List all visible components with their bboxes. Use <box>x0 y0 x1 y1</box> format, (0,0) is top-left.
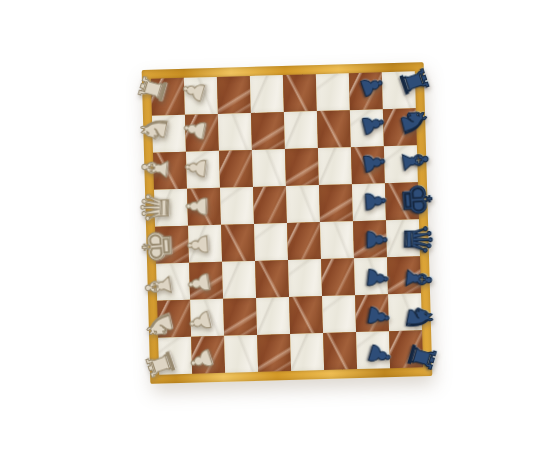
square-b4 <box>251 112 285 150</box>
square-g6 <box>322 295 356 333</box>
square-g4 <box>256 297 290 335</box>
square-a5 <box>283 74 317 112</box>
white-pawn-piece: ♟ <box>190 299 224 337</box>
square-c3 <box>219 150 253 188</box>
white-pawn-piece: ♟ <box>187 188 221 226</box>
square-h6 <box>323 332 357 370</box>
square-d5 <box>286 185 320 223</box>
square-c5 <box>285 148 319 186</box>
photo-canvas: ♜♟♟♜♞♟♟♞♝♟♟♝♛♟♟♚♚♟♟♛♝♟♟♝♞♟♟♞♜♟♟♜ <box>0 0 550 450</box>
blue-pawn-piece: ♟ <box>349 72 383 110</box>
square-g7: ♟ <box>355 294 389 332</box>
white-pawn-piece: ♟ <box>188 225 222 263</box>
square-a7: ♟ <box>349 72 383 110</box>
square-e2: ♟ <box>188 225 222 263</box>
square-d8: ♚ <box>385 182 419 220</box>
square-b7: ♟ <box>350 109 384 147</box>
square-a8: ♜ <box>382 71 416 109</box>
square-h3 <box>224 335 258 373</box>
white-king-piece: ♚ <box>155 226 189 264</box>
square-g3 <box>223 298 257 336</box>
blue-rook-piece: ♜ <box>382 71 416 109</box>
square-a3 <box>217 76 251 114</box>
square-e4 <box>254 223 288 261</box>
blue-knight-piece: ♞ <box>383 108 417 146</box>
square-g1: ♞ <box>157 300 191 338</box>
square-d3 <box>220 187 254 225</box>
blue-bishop-piece: ♝ <box>387 256 421 294</box>
white-rook-piece: ♜ <box>158 337 192 375</box>
square-b3 <box>218 113 252 151</box>
white-bishop-piece: ♝ <box>156 263 190 301</box>
square-c6 <box>318 147 352 185</box>
blue-knight-piece: ♞ <box>388 293 422 331</box>
chess-board-frame: ♜♟♟♜♞♟♟♞♝♟♟♝♛♟♟♚♚♟♟♛♝♟♟♝♞♟♟♞♜♟♟♜ <box>142 62 433 384</box>
square-f8: ♝ <box>387 256 421 294</box>
square-f4 <box>255 260 289 298</box>
square-c1: ♝ <box>153 152 187 190</box>
blue-queen-piece: ♛ <box>386 219 420 257</box>
white-queen-piece: ♛ <box>154 189 188 227</box>
white-bishop-piece: ♝ <box>153 152 187 190</box>
square-e7: ♟ <box>353 220 387 258</box>
square-f3 <box>222 261 256 299</box>
square-e3 <box>221 224 255 262</box>
white-pawn-piece: ♟ <box>184 77 218 115</box>
square-c8: ♝ <box>384 145 418 183</box>
blue-pawn-piece: ♟ <box>351 146 385 184</box>
square-h4 <box>257 334 291 372</box>
square-b5 <box>284 111 318 149</box>
blue-pawn-piece: ♟ <box>356 331 390 369</box>
square-h1: ♜ <box>158 337 192 375</box>
square-b2: ♟ <box>185 114 219 152</box>
blue-king-piece: ♚ <box>385 182 419 220</box>
square-h7: ♟ <box>356 331 390 369</box>
square-f6 <box>321 258 355 296</box>
square-c2: ♟ <box>186 151 220 189</box>
square-g5 <box>289 296 323 334</box>
square-f1: ♝ <box>156 263 190 301</box>
square-d1: ♛ <box>154 189 188 227</box>
blue-bishop-piece: ♝ <box>384 145 418 183</box>
square-f7: ♟ <box>354 257 388 295</box>
blue-rook-piece: ♜ <box>389 330 423 368</box>
square-a1: ♜ <box>151 78 185 116</box>
chess-board: ♜♟♟♜♞♟♟♞♝♟♟♝♛♟♟♚♚♟♟♛♝♟♟♝♞♟♟♞♜♟♟♜ <box>151 71 423 374</box>
square-a4 <box>250 75 284 113</box>
white-knight-piece: ♞ <box>152 115 186 153</box>
square-b8: ♞ <box>383 108 417 146</box>
white-pawn-piece: ♟ <box>185 114 219 152</box>
square-d4 <box>253 186 287 224</box>
square-c4 <box>252 149 286 187</box>
white-pawn-piece: ♟ <box>191 336 225 374</box>
square-h5 <box>290 333 324 371</box>
square-d7: ♟ <box>352 183 386 221</box>
square-e8: ♛ <box>386 219 420 257</box>
square-g2: ♟ <box>190 299 224 337</box>
blue-pawn-piece: ♟ <box>350 109 384 147</box>
square-e5 <box>287 222 321 260</box>
blue-pawn-piece: ♟ <box>352 183 386 221</box>
square-h8: ♜ <box>389 330 423 368</box>
square-f2: ♟ <box>189 262 223 300</box>
square-d2: ♟ <box>187 188 221 226</box>
white-knight-piece: ♞ <box>157 300 191 338</box>
square-e6 <box>320 221 354 259</box>
square-b6 <box>317 110 351 148</box>
blue-pawn-piece: ♟ <box>354 257 388 295</box>
white-pawn-piece: ♟ <box>189 262 223 300</box>
square-b1: ♞ <box>152 115 186 153</box>
square-c7: ♟ <box>351 146 385 184</box>
white-pawn-piece: ♟ <box>186 151 220 189</box>
square-g8: ♞ <box>388 293 422 331</box>
square-h2: ♟ <box>191 336 225 374</box>
blue-pawn-piece: ♟ <box>355 294 389 332</box>
blue-pawn-piece: ♟ <box>353 220 387 258</box>
square-d6 <box>319 184 353 222</box>
square-e1: ♚ <box>155 226 189 264</box>
square-f5 <box>288 259 322 297</box>
square-a6 <box>316 73 350 111</box>
white-rook-piece: ♜ <box>151 78 185 116</box>
square-a2: ♟ <box>184 77 218 115</box>
